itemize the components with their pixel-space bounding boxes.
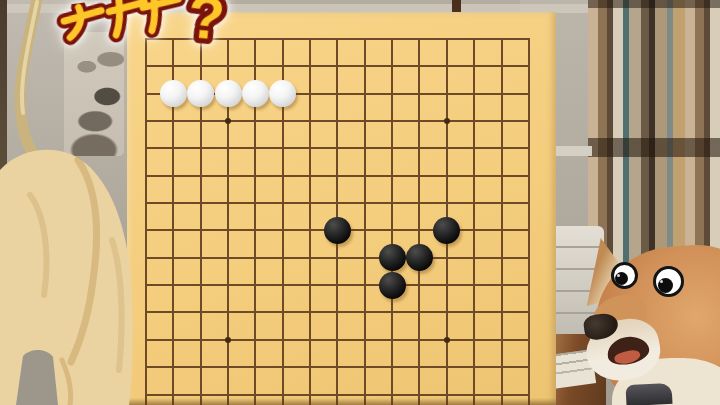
shiba-right-eye xyxy=(653,266,684,297)
star-point-12-12 xyxy=(444,337,450,343)
scene: ? xyxy=(0,0,720,405)
stone-white-c5-r3[interactable] xyxy=(242,80,269,107)
title-question-mark: ? xyxy=(185,0,227,53)
shiba-left-eye xyxy=(611,262,638,289)
star-point-12-4 xyxy=(444,118,450,124)
star-point-4-12 xyxy=(225,337,231,343)
stone-black-c10-r9[interactable] xyxy=(379,244,406,271)
stone-white-c2-r3[interactable] xyxy=(160,80,187,107)
shiba-right-pupil xyxy=(658,278,673,293)
go-board[interactable] xyxy=(127,12,556,405)
shelf-edge-band xyxy=(552,146,592,156)
shiba-head xyxy=(540,220,720,405)
stone-black-c10-r10[interactable] xyxy=(379,272,406,299)
shiba-left-pupil xyxy=(615,272,628,285)
stone-white-c4-r3[interactable] xyxy=(215,80,242,107)
chair-corner xyxy=(625,383,672,405)
stone-black-c8-r8[interactable] xyxy=(324,217,351,244)
